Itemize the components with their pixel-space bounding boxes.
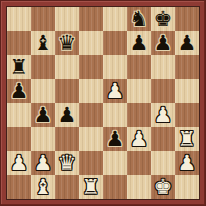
square-e2[interactable] [103,151,127,175]
square-b8[interactable] [31,7,55,31]
piece-black-pawn[interactable]: ♟ [178,31,197,55]
square-c3[interactable] [55,127,79,151]
piece-white-rook[interactable]: ♜ [178,127,197,151]
square-a6[interactable]: ♜ [7,55,31,79]
square-c6[interactable] [55,55,79,79]
piece-black-king[interactable]: ♚ [154,7,173,31]
square-d3[interactable] [79,127,103,151]
piece-black-pawn[interactable]: ♟ [106,127,125,151]
square-a1[interactable] [7,175,31,199]
piece-white-rook[interactable]: ♜ [82,175,101,199]
square-d7[interactable] [79,31,103,55]
square-f4[interactable] [127,103,151,127]
square-g4[interactable]: ♟ [151,103,175,127]
square-f6[interactable] [127,55,151,79]
square-e3[interactable]: ♟ [103,127,127,151]
square-g6[interactable] [151,55,175,79]
piece-white-king[interactable]: ♚ [154,175,173,199]
square-e6[interactable] [103,55,127,79]
square-a7[interactable] [7,31,31,55]
square-h2[interactable]: ♟ [175,151,199,175]
piece-white-pawn[interactable]: ♟ [106,79,125,103]
piece-white-pawn[interactable]: ♟ [154,103,173,127]
piece-black-rook[interactable]: ♜ [10,55,29,79]
piece-white-bishop[interactable]: ♝ [34,175,53,199]
square-f3[interactable]: ♟ [127,127,151,151]
piece-black-pawn[interactable]: ♟ [154,31,173,55]
square-g7[interactable]: ♟ [151,31,175,55]
piece-black-pawn[interactable]: ♟ [34,103,53,127]
square-c8[interactable] [55,7,79,31]
square-d8[interactable] [79,7,103,31]
square-c5[interactable] [55,79,79,103]
square-e7[interactable] [103,31,127,55]
chess-board: ♞♚♝♛♟♟♟♜♟♟♟♟♟♟♟♜♟♟♛♟♝♜♚ [6,6,200,200]
square-e8[interactable] [103,7,127,31]
piece-black-pawn[interactable]: ♟ [58,103,77,127]
square-b1[interactable]: ♝ [31,175,55,199]
square-a3[interactable] [7,127,31,151]
square-d4[interactable] [79,103,103,127]
piece-white-pawn[interactable]: ♟ [34,151,53,175]
square-a5[interactable]: ♟ [7,79,31,103]
piece-white-pawn[interactable]: ♟ [178,151,197,175]
square-b5[interactable] [31,79,55,103]
square-h8[interactable] [175,7,199,31]
square-g8[interactable]: ♚ [151,7,175,31]
square-d6[interactable] [79,55,103,79]
piece-black-pawn[interactable]: ♟ [130,31,149,55]
square-c2[interactable]: ♛ [55,151,79,175]
square-f5[interactable] [127,79,151,103]
square-f2[interactable] [127,151,151,175]
square-c4[interactable]: ♟ [55,103,79,127]
square-f8[interactable]: ♞ [127,7,151,31]
square-a2[interactable]: ♟ [7,151,31,175]
square-a8[interactable] [7,7,31,31]
square-g1[interactable]: ♚ [151,175,175,199]
piece-black-queen[interactable]: ♛ [58,31,77,55]
piece-white-pawn[interactable]: ♟ [10,151,29,175]
square-b6[interactable] [31,55,55,79]
piece-white-queen[interactable]: ♛ [58,151,77,175]
square-d1[interactable]: ♜ [79,175,103,199]
square-b4[interactable]: ♟ [31,103,55,127]
square-h6[interactable] [175,55,199,79]
square-e5[interactable]: ♟ [103,79,127,103]
square-c1[interactable] [55,175,79,199]
square-a4[interactable] [7,103,31,127]
piece-black-pawn[interactable]: ♟ [10,79,29,103]
square-f1[interactable] [127,175,151,199]
square-g2[interactable] [151,151,175,175]
square-h7[interactable]: ♟ [175,31,199,55]
square-b2[interactable]: ♟ [31,151,55,175]
square-d5[interactable] [79,79,103,103]
square-g5[interactable] [151,79,175,103]
piece-black-bishop[interactable]: ♝ [34,31,53,55]
piece-white-pawn[interactable]: ♟ [130,127,149,151]
square-c7[interactable]: ♛ [55,31,79,55]
square-e4[interactable] [103,103,127,127]
square-d2[interactable] [79,151,103,175]
board-frame: ♞♚♝♛♟♟♟♜♟♟♟♟♟♟♟♜♟♟♛♟♝♜♚ [0,0,206,206]
square-f7[interactable]: ♟ [127,31,151,55]
square-g3[interactable] [151,127,175,151]
square-h1[interactable] [175,175,199,199]
square-h5[interactable] [175,79,199,103]
square-e1[interactable] [103,175,127,199]
square-b7[interactable]: ♝ [31,31,55,55]
piece-black-knight[interactable]: ♞ [130,7,149,31]
square-h3[interactable]: ♜ [175,127,199,151]
square-b3[interactable] [31,127,55,151]
square-h4[interactable] [175,103,199,127]
